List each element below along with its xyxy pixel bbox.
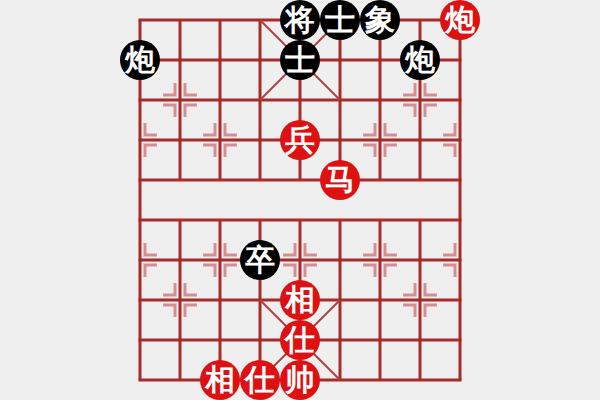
board-point: 将 [280, 0, 320, 40]
piece-red-advisor[interactable]: 仕 [240, 360, 280, 400]
board-point: 炮 [120, 40, 160, 80]
board-point: 仕 [240, 360, 280, 400]
board-point: 士 [280, 40, 320, 80]
xiangqi-board[interactable]: 将士象炮炮士炮兵马卒相仕相仕帅 [120, 0, 480, 400]
xiangqi-board-screen: 将士象炮炮士炮兵马卒相仕相仕帅 [0, 0, 600, 400]
piece-black-cannon[interactable]: 炮 [120, 40, 160, 80]
board-point: 炮 [440, 0, 480, 40]
board-point: 炮 [400, 40, 440, 80]
piece-red-elephant[interactable]: 相 [280, 280, 320, 320]
board-point: 象 [360, 0, 400, 40]
piece-red-general[interactable]: 帅 [280, 360, 320, 400]
board-point: 相 [280, 280, 320, 320]
piece-black-advisor[interactable]: 士 [280, 40, 320, 80]
board-point: 士 [320, 0, 360, 40]
board-point: 卒 [240, 240, 280, 280]
board-point: 马 [320, 160, 360, 200]
piece-black-soldier[interactable]: 卒 [240, 240, 280, 280]
piece-black-general[interactable]: 将 [280, 0, 320, 40]
piece-red-elephant[interactable]: 相 [200, 360, 240, 400]
piece-black-advisor[interactable]: 士 [320, 0, 360, 40]
board-point: 仕 [280, 320, 320, 360]
piece-red-horse[interactable]: 马 [320, 160, 360, 200]
piece-red-soldier[interactable]: 兵 [280, 120, 320, 160]
piece-black-elephant[interactable]: 象 [360, 0, 400, 40]
board-point: 相 [200, 360, 240, 400]
piece-red-cannon[interactable]: 炮 [440, 0, 480, 40]
board-point: 帅 [280, 360, 320, 400]
board-point: 兵 [280, 120, 320, 160]
piece-black-cannon[interactable]: 炮 [400, 40, 440, 80]
piece-red-advisor[interactable]: 仕 [280, 320, 320, 360]
